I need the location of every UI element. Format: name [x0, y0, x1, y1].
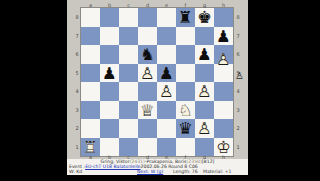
piece-white-queen-d3[interactable]: ♛♕	[138, 101, 157, 120]
file-label-top-h: h	[214, 2, 233, 8]
square-c3[interactable]	[119, 101, 138, 120]
board-panel: ♜♚♟♞♟♟♙♟♟♙♟♟♙♟♙♛♕♞♘♛♟♙♜♖♚♔ aabbccddeeffg…	[67, 0, 248, 180]
square-b6[interactable]	[100, 45, 119, 64]
square-b4[interactable]	[100, 82, 119, 101]
caption-bottom-strip	[67, 175, 248, 181]
white-piece-outline: ♕	[138, 101, 157, 120]
square-c6[interactable]	[119, 45, 138, 64]
square-e6[interactable]	[157, 45, 176, 64]
square-f4[interactable]	[176, 82, 195, 101]
piece-black-pawn-b5[interactable]: ♟	[100, 64, 119, 83]
cap3-part-1-link[interactable]: Next: W (g)	[137, 169, 163, 174]
piece-white-knight-f3[interactable]: ♞♘	[176, 101, 195, 120]
piece-black-queen-f2[interactable]: ♛	[176, 119, 195, 138]
cap3-part-3: Material: +1	[203, 169, 231, 174]
piece-white-pawn-g4[interactable]: ♟♙	[195, 82, 214, 101]
white-piece-outline: ♙	[138, 64, 157, 83]
white-piece-outline: ♘	[176, 101, 195, 120]
rank-label-left-8: 8	[73, 8, 81, 27]
square-h2[interactable]	[214, 119, 233, 138]
file-label-top-b: b	[100, 2, 119, 8]
rank-label-right-1: 1	[233, 138, 243, 157]
file-label-top-a: a	[81, 2, 100, 8]
square-c7[interactable]	[119, 27, 138, 46]
square-f5[interactable]	[176, 64, 195, 83]
file-label-top-f: f	[176, 2, 195, 8]
square-c4[interactable]	[119, 82, 138, 101]
piece-white-pawn-e4[interactable]: ♟♙	[157, 82, 176, 101]
white-piece-outline: ♙	[214, 50, 233, 69]
rank-label-left-6: 6	[73, 45, 81, 64]
white-piece-outline: ♙	[195, 119, 214, 138]
square-a7[interactable]	[81, 27, 100, 46]
square-d7[interactable]	[138, 27, 157, 46]
square-b3[interactable]	[100, 101, 119, 120]
cap2-part-1-link[interactable]: EU-chT U18 Balatonlelle	[85, 164, 140, 169]
square-g3[interactable]	[195, 101, 214, 120]
piece-black-pawn-g6[interactable]: ♟	[195, 45, 214, 64]
cap3-part-0: W: Kd	[69, 169, 82, 174]
square-f6[interactable]	[176, 45, 195, 64]
square-b8[interactable]	[100, 8, 119, 27]
square-a5[interactable]	[81, 64, 100, 83]
piece-black-rook-f8[interactable]: ♜	[176, 8, 195, 27]
piece-black-king-g8[interactable]: ♚	[195, 8, 214, 27]
square-h8[interactable]	[214, 8, 233, 27]
file-label-top-c: c	[119, 2, 138, 8]
rank-label-left-7: 7	[73, 27, 81, 46]
white-piece-outline: ♙	[195, 82, 214, 101]
game-caption: Gring, Viktor (2431) - Prakapenia, Boris…	[67, 159, 248, 175]
square-e2[interactable]	[157, 119, 176, 138]
square-c5[interactable]	[119, 64, 138, 83]
rank-label-left-5: 5	[73, 64, 81, 83]
square-c8[interactable]	[119, 8, 138, 27]
rank-label-right-4: 4	[233, 82, 243, 101]
rank-label-left-2: 2	[73, 119, 81, 138]
rank-label-right-7: 7	[233, 27, 243, 46]
square-e8[interactable]	[157, 8, 176, 27]
square-a6[interactable]	[81, 45, 100, 64]
square-a4[interactable]	[81, 82, 100, 101]
piece-white-pawn-g2[interactable]: ♟♙	[195, 119, 214, 138]
cap3-part-2: Length: 76	[173, 169, 198, 174]
file-label-top-e: e	[157, 2, 176, 8]
square-d4[interactable]	[138, 82, 157, 101]
square-h4[interactable]	[214, 82, 233, 101]
square-f7[interactable]	[176, 27, 195, 46]
rank-label-left-1: 1	[73, 138, 81, 157]
rank-label-right-8: 8	[233, 8, 243, 27]
square-d8[interactable]	[138, 8, 157, 27]
square-e7[interactable]	[157, 27, 176, 46]
square-e3[interactable]	[157, 101, 176, 120]
square-a8[interactable]	[81, 8, 100, 27]
square-g7[interactable]	[195, 27, 214, 46]
piece-black-knight-d6[interactable]: ♞	[138, 45, 157, 64]
piece-white-pawn-h6[interactable]: ♟♙	[214, 50, 233, 69]
square-g5[interactable]	[195, 64, 214, 83]
chess-board[interactable]: ♜♚♟♞♟♟♙♟♟♙♟♟♙♟♙♛♕♞♘♛♟♙♜♖♚♔	[81, 8, 233, 156]
letterbox-right	[248, 0, 320, 180]
square-b7[interactable]	[100, 27, 119, 46]
rank-label-left-4: 4	[73, 82, 81, 101]
piece-white-pawn-d5[interactable]: ♟♙	[138, 64, 157, 83]
square-b2[interactable]	[100, 119, 119, 138]
white-pawn-material-icon: ♙	[235, 70, 244, 81]
file-label-top-d: d	[138, 2, 157, 8]
rank-label-right-6: 6	[233, 45, 243, 64]
square-h3[interactable]	[214, 101, 233, 120]
square-a2[interactable]	[81, 119, 100, 138]
white-piece-outline: ♙	[157, 82, 176, 101]
piece-black-pawn-h7[interactable]: ♟	[214, 27, 233, 46]
rank-label-left-3: 3	[73, 101, 81, 120]
file-label-top-g: g	[195, 2, 214, 8]
rank-label-right-3: 3	[233, 101, 243, 120]
chess-video-frame: ♜♚♟♞♟♟♙♟♟♙♟♟♙♟♙♛♕♞♘♛♟♙♜♖♚♔ aabbccddeeffg…	[0, 0, 320, 180]
letterbox-left	[0, 0, 67, 180]
square-c2[interactable]	[119, 119, 138, 138]
piece-black-pawn-e5[interactable]: ♟	[157, 64, 176, 83]
square-a3[interactable]	[81, 101, 100, 120]
rank-label-right-2: 2	[233, 119, 243, 138]
square-d2[interactable]	[138, 119, 157, 138]
